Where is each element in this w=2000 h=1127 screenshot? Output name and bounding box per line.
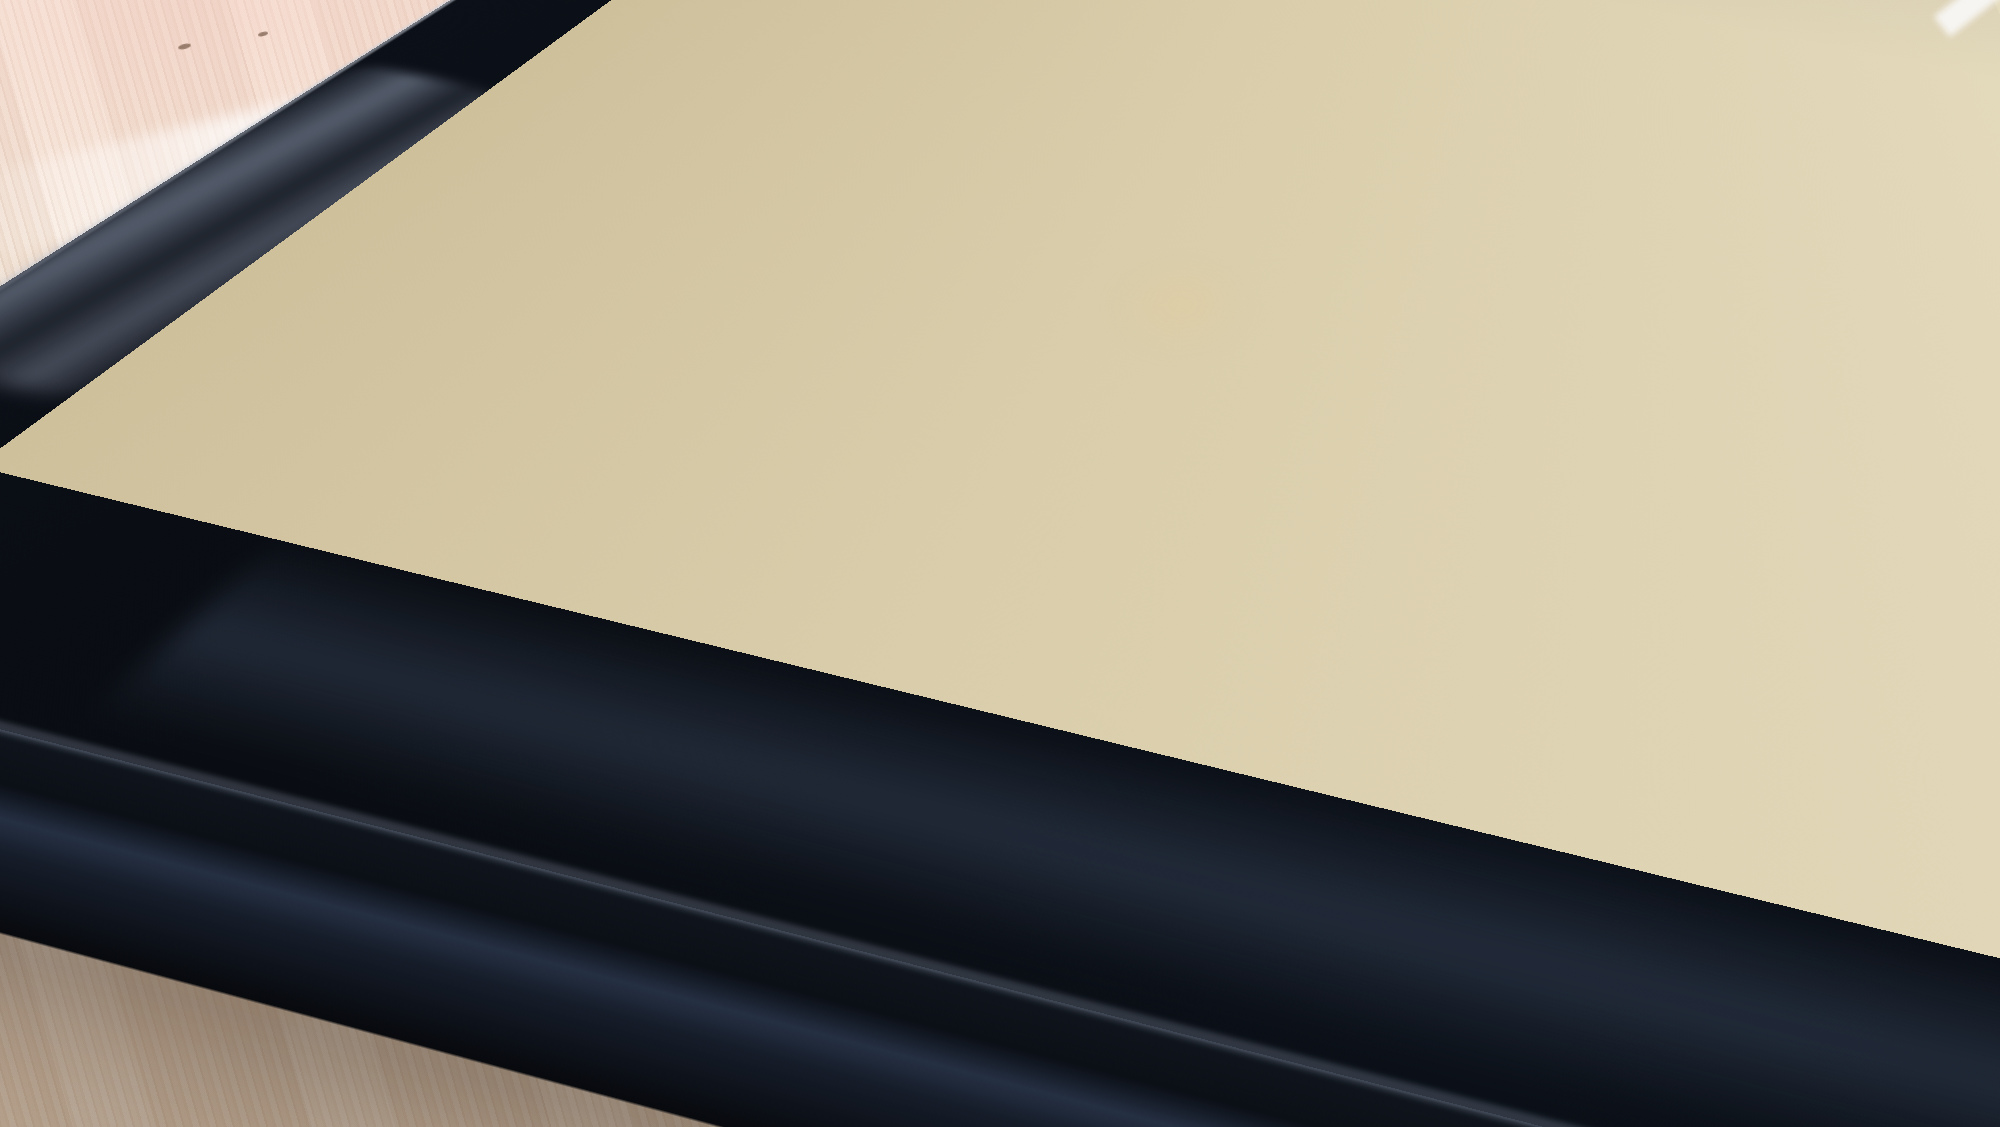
wood-knot-speck [178,43,192,51]
board-glare-spot [1048,219,1299,402]
wood-knot-speck [258,31,269,37]
board-glare-spot [1959,280,2000,564]
photo-stage [0,0,2000,1127]
chessboard-3d-wrap [0,0,2000,1127]
